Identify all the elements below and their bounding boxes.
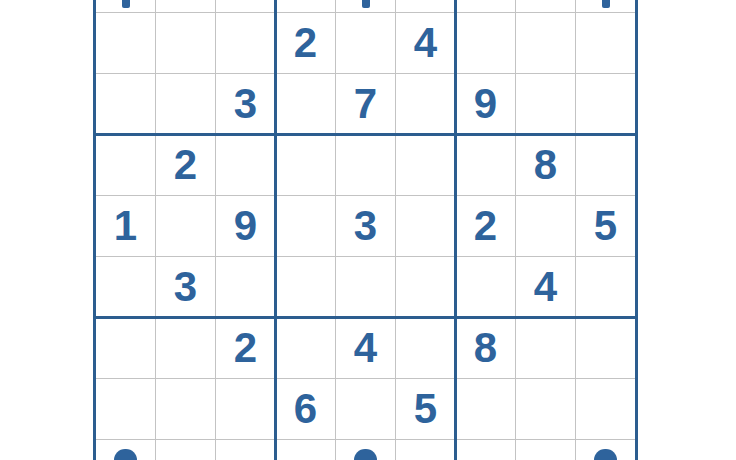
- cell-r3c2[interactable]: [156, 74, 215, 134]
- clipped-digit-fragment: [602, 0, 610, 8]
- cell-r9c5[interactable]: [336, 440, 395, 460]
- cell-r1c7[interactable]: [456, 0, 515, 12]
- cell-r6c4[interactable]: [276, 257, 335, 317]
- cell-r1c5[interactable]: [336, 0, 395, 12]
- clipped-digit-fragment: [122, 0, 130, 8]
- cell-r4c8[interactable]: 8: [516, 135, 575, 195]
- cell-r3c4[interactable]: [276, 74, 335, 134]
- given-digit: 9: [474, 83, 497, 125]
- cell-r6c1[interactable]: [96, 257, 155, 317]
- given-digit: 6: [294, 388, 317, 430]
- cell-r3c1[interactable]: [96, 74, 155, 134]
- given-digit: 2: [474, 205, 497, 247]
- cell-r2c8[interactable]: [516, 13, 575, 73]
- cell-r8c2[interactable]: [156, 379, 215, 439]
- given-digit: 9: [234, 205, 257, 247]
- cell-r1c3[interactable]: [216, 0, 275, 12]
- cell-r7c4[interactable]: [276, 318, 335, 378]
- page: 2437928193253424865: [0, 0, 736, 460]
- cell-r9c9[interactable]: [576, 440, 635, 460]
- cell-r2c4[interactable]: 2: [276, 13, 335, 73]
- cell-r2c6[interactable]: 4: [396, 13, 455, 73]
- cell-r6c5[interactable]: [336, 257, 395, 317]
- cell-r8c1[interactable]: [96, 379, 155, 439]
- cell-r5c2[interactable]: [156, 196, 215, 256]
- cell-r9c1[interactable]: [96, 440, 155, 460]
- cell-r4c5[interactable]: [336, 135, 395, 195]
- cell-r3c8[interactable]: [516, 74, 575, 134]
- cell-r4c7[interactable]: [456, 135, 515, 195]
- cell-r7c9[interactable]: [576, 318, 635, 378]
- cell-r6c3[interactable]: [216, 257, 275, 317]
- cell-r8c8[interactable]: [516, 379, 575, 439]
- cell-r1c9[interactable]: [576, 0, 635, 12]
- cell-r2c5[interactable]: [336, 13, 395, 73]
- cell-r5c7[interactable]: 2: [456, 196, 515, 256]
- cell-r9c7[interactable]: [456, 440, 515, 460]
- clipped-digit-fragment: [114, 449, 137, 460]
- cell-r6c6[interactable]: [396, 257, 455, 317]
- given-digit: 3: [174, 266, 197, 308]
- cell-r3c5[interactable]: 7: [336, 74, 395, 134]
- cell-r3c6[interactable]: [396, 74, 455, 134]
- cell-r8c7[interactable]: [456, 379, 515, 439]
- given-digit: 2: [294, 22, 317, 64]
- cell-r8c6[interactable]: 5: [396, 379, 455, 439]
- cell-r6c7[interactable]: [456, 257, 515, 317]
- given-digit: 1: [114, 205, 137, 247]
- cell-r5c1[interactable]: 1: [96, 196, 155, 256]
- cell-r7c3[interactable]: 2: [216, 318, 275, 378]
- given-digit: 8: [534, 144, 557, 186]
- cell-r8c9[interactable]: [576, 379, 635, 439]
- given-digit: 4: [414, 22, 437, 64]
- cell-r9c2[interactable]: [156, 440, 215, 460]
- cell-r4c9[interactable]: [576, 135, 635, 195]
- cell-r8c4[interactable]: 6: [276, 379, 335, 439]
- cell-r1c8[interactable]: [516, 0, 575, 12]
- given-digit: 5: [594, 205, 617, 247]
- given-digit: 4: [534, 266, 557, 308]
- cell-r8c5[interactable]: [336, 379, 395, 439]
- given-digit: 7: [354, 83, 377, 125]
- cell-r4c1[interactable]: [96, 135, 155, 195]
- cell-r3c9[interactable]: [576, 74, 635, 134]
- cell-r3c3[interactable]: 3: [216, 74, 275, 134]
- cell-r2c7[interactable]: [456, 13, 515, 73]
- cell-r5c5[interactable]: 3: [336, 196, 395, 256]
- cell-r7c8[interactable]: [516, 318, 575, 378]
- cell-r7c1[interactable]: [96, 318, 155, 378]
- cell-r1c4[interactable]: [276, 0, 335, 12]
- cell-r7c5[interactable]: 4: [336, 318, 395, 378]
- cell-r5c3[interactable]: 9: [216, 196, 275, 256]
- cell-r6c9[interactable]: [576, 257, 635, 317]
- cell-r5c8[interactable]: [516, 196, 575, 256]
- cell-r5c9[interactable]: 5: [576, 196, 635, 256]
- given-digit: 3: [354, 205, 377, 247]
- given-digit: 5: [414, 388, 437, 430]
- cell-r9c4[interactable]: [276, 440, 335, 460]
- cell-r7c6[interactable]: [396, 318, 455, 378]
- cell-r9c6[interactable]: [396, 440, 455, 460]
- cell-r5c4[interactable]: [276, 196, 335, 256]
- cell-r2c9[interactable]: [576, 13, 635, 73]
- given-digit: 8: [474, 327, 497, 369]
- cell-r4c4[interactable]: [276, 135, 335, 195]
- cell-r2c3[interactable]: [216, 13, 275, 73]
- cell-r1c1[interactable]: [96, 0, 155, 12]
- given-digit: 4: [354, 327, 377, 369]
- cell-r2c2[interactable]: [156, 13, 215, 73]
- cell-r3c7[interactable]: 9: [456, 74, 515, 134]
- cell-r4c6[interactable]: [396, 135, 455, 195]
- cell-r4c2[interactable]: 2: [156, 135, 215, 195]
- clipped-digit-fragment: [354, 449, 377, 460]
- cell-r9c8[interactable]: [516, 440, 575, 460]
- cell-r2c1[interactable]: [96, 13, 155, 73]
- cell-r7c2[interactable]: [156, 318, 215, 378]
- cell-r8c3[interactable]: [216, 379, 275, 439]
- cell-r4c3[interactable]: [216, 135, 275, 195]
- cell-r7c7[interactable]: 8: [456, 318, 515, 378]
- given-digit: 2: [174, 144, 197, 186]
- cell-r9c3[interactable]: [216, 440, 275, 460]
- cell-r1c2[interactable]: [156, 0, 215, 12]
- given-digit: 3: [234, 83, 257, 125]
- cell-r6c2[interactable]: 3: [156, 257, 215, 317]
- clipped-digit-fragment: [594, 449, 617, 460]
- sudoku-board: 2437928193253424865: [93, 0, 638, 460]
- clipped-digit-fragment: [362, 0, 370, 8]
- given-digit: 2: [234, 327, 257, 369]
- cell-r6c8[interactable]: 4: [516, 257, 575, 317]
- cell-r5c6[interactable]: [396, 196, 455, 256]
- cell-r1c6[interactable]: [396, 0, 455, 12]
